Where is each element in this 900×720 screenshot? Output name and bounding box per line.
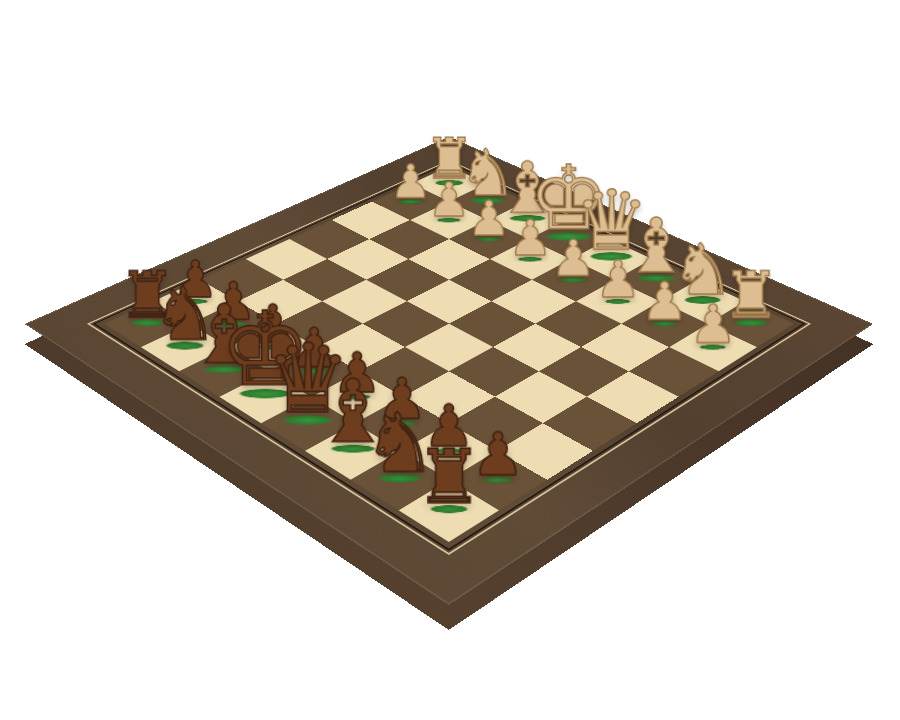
piece-white-pawn[interactable]: ♟ [428, 176, 470, 223]
board-grid: ♜♞♝♛♚♝♞♜♟♟♟♟♟♟♟♟♟♟♟♟♟♟♟♟♜♞♝♛♚♝♞♜ [104, 166, 794, 542]
piece-black-rook[interactable]: ♜ [415, 440, 482, 515]
piece-white-pawn[interactable]: ♟ [467, 195, 510, 243]
piece-white-pawn[interactable]: ♟ [508, 214, 552, 263]
square-a2[interactable]: ♟ [669, 324, 757, 372]
piece-white-pawn[interactable]: ♟ [641, 276, 688, 328]
piece-white-pawn[interactable]: ♟ [595, 254, 641, 305]
piece-white-pawn[interactable]: ♟ [390, 159, 432, 205]
piece-white-pawn[interactable]: ♟ [689, 298, 737, 351]
chess-board: ♜♞♝♛♚♝♞♜♟♟♟♟♟♟♟♟♟♟♟♟♟♟♟♟♜♞♝♛♚♝♞♜ [25, 137, 874, 605]
product-photo-scene: ♜♞♝♛♚♝♞♜♟♟♟♟♟♟♟♟♟♟♟♟♟♟♟♟♜♞♝♛♚♝♞♜ [0, 0, 900, 720]
piece-white-pawn[interactable]: ♟ [551, 234, 596, 284]
